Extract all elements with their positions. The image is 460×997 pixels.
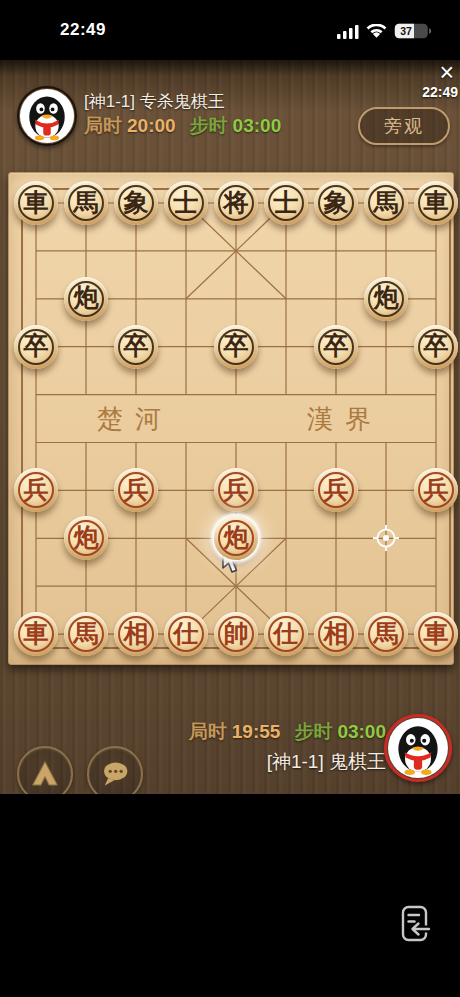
piece-character: 馬 [374, 190, 399, 215]
piece-red-馬[interactable]: 馬 [364, 612, 408, 656]
piece-red-車[interactable]: 車 [414, 612, 458, 656]
piece-character: 車 [24, 190, 49, 215]
piece-character: 士 [274, 190, 299, 215]
piece-red-帥[interactable]: 帥 [214, 612, 258, 656]
piece-black-士[interactable]: 士 [264, 181, 308, 225]
piece-character: 仕 [174, 621, 199, 646]
player-avatar[interactable] [384, 714, 452, 782]
piece-black-象[interactable]: 象 [314, 181, 358, 225]
piece-black-卒[interactable]: 卒 [214, 325, 258, 369]
piece-character: 卒 [124, 333, 149, 358]
piece-black-卒[interactable]: 卒 [314, 325, 358, 369]
piece-character: 車 [24, 621, 49, 646]
piece-character: 炮 [74, 285, 99, 310]
piece-black-車[interactable]: 車 [14, 181, 58, 225]
piece-red-炮[interactable]: 炮 [64, 516, 108, 560]
player-game-time: 19:55 [232, 721, 281, 742]
clock-time: 22:49 [60, 20, 106, 40]
player-game-time-label: 局时 [189, 721, 227, 742]
piece-red-相[interactable]: 相 [314, 612, 358, 656]
wifi-icon [366, 24, 387, 39]
piece-character: 兵 [224, 477, 249, 502]
piece-character: 卒 [224, 333, 249, 358]
opponent-avatar[interactable] [17, 86, 77, 146]
piece-red-相[interactable]: 相 [114, 612, 158, 656]
piece-red-兵[interactable]: 兵 [214, 468, 258, 512]
piece-character: 車 [424, 621, 449, 646]
piece-black-炮[interactable]: 炮 [364, 277, 408, 321]
piece-red-兵[interactable]: 兵 [314, 468, 358, 512]
piece-black-卒[interactable]: 卒 [114, 325, 158, 369]
piece-red-兵[interactable]: 兵 [14, 468, 58, 512]
footer [0, 794, 460, 997]
piece-character: 卒 [324, 333, 349, 358]
game-area: [神1-1] 专杀鬼棋王 局时20:00步时03:00 × 22:49 旁观 [0, 60, 460, 794]
xiangqi-board[interactable]: 楚河 漢界 [8, 172, 454, 665]
piece-character: 将 [224, 190, 249, 215]
opponent-game-time-label: 局时 [84, 115, 122, 136]
piece-character: 馬 [74, 621, 99, 646]
player-name: [神1-1] 鬼棋王 [189, 749, 386, 775]
piece-black-卒[interactable]: 卒 [414, 325, 458, 369]
piece-red-炮[interactable]: 炮 [214, 516, 258, 560]
piece-character: 象 [324, 190, 349, 215]
piece-character: 炮 [74, 525, 99, 550]
battery-percent: 37 [400, 25, 412, 37]
piece-black-士[interactable]: 士 [164, 181, 208, 225]
spectate-button[interactable]: 旁观 [358, 107, 450, 145]
cell-signal-icon [337, 24, 359, 39]
piece-character: 炮 [374, 285, 399, 310]
player-info: 局时19:55步时03:00 [神1-1] 鬼棋王 [189, 719, 386, 775]
piece-red-仕[interactable]: 仕 [264, 612, 308, 656]
piece-black-象[interactable]: 象 [114, 181, 158, 225]
chat-bubble-icon [98, 759, 132, 789]
piece-character: 卒 [424, 333, 449, 358]
opponent-move-time: 03:00 [233, 115, 282, 136]
player-timers: 局时19:55步时03:00 [189, 719, 386, 745]
piece-character: 兵 [124, 477, 149, 502]
move-list-collapse-icon[interactable] [396, 902, 436, 954]
status-bar: 22:49 37 [0, 0, 460, 60]
piece-character: 士 [174, 190, 199, 215]
opponent-move-time-label: 步时 [190, 115, 228, 136]
piece-character: 兵 [324, 477, 349, 502]
up-arrow-icon [28, 759, 62, 789]
piece-red-兵[interactable]: 兵 [114, 468, 158, 512]
overlay-clock: 22:49 [422, 84, 458, 100]
piece-black-卒[interactable]: 卒 [14, 325, 58, 369]
piece-character: 卒 [24, 333, 49, 358]
piece-character: 兵 [24, 477, 49, 502]
piece-character: 相 [124, 621, 149, 646]
piece-red-馬[interactable]: 馬 [64, 612, 108, 656]
opponent-game-time: 20:00 [127, 115, 176, 136]
piece-black-馬[interactable]: 馬 [64, 181, 108, 225]
piece-black-馬[interactable]: 馬 [364, 181, 408, 225]
pieces-layer: 車馬象士将士象馬車炮炮卒卒卒卒卒兵兵兵兵兵炮炮車馬相仕帥仕相馬車 [9, 173, 453, 664]
piece-red-兵[interactable]: 兵 [414, 468, 458, 512]
piece-black-将[interactable]: 将 [214, 181, 258, 225]
piece-character: 車 [424, 190, 449, 215]
piece-character: 仕 [274, 621, 299, 646]
app-screen: 22:49 37 [0, 0, 460, 997]
piece-character: 相 [324, 621, 349, 646]
battery-icon: 37 [394, 23, 432, 39]
opponent-name: [神1-1] 专杀鬼棋王 [84, 90, 225, 113]
player-move-time-label: 步时 [294, 721, 332, 742]
opponent-timers: 局时20:00步时03:00 [84, 113, 281, 139]
last-move-origin-marker [372, 524, 400, 552]
qq-penguin-icon [387, 717, 449, 779]
close-icon[interactable]: × [439, 60, 454, 84]
piece-character: 兵 [424, 477, 449, 502]
piece-character: 象 [124, 190, 149, 215]
piece-red-仕[interactable]: 仕 [164, 612, 208, 656]
piece-black-車[interactable]: 車 [414, 181, 458, 225]
piece-character: 帥 [224, 621, 249, 646]
piece-character: 馬 [374, 621, 399, 646]
piece-character: 馬 [74, 190, 99, 215]
qq-penguin-icon [19, 88, 75, 144]
piece-black-炮[interactable]: 炮 [64, 277, 108, 321]
piece-red-車[interactable]: 車 [14, 612, 58, 656]
piece-character: 炮 [224, 525, 249, 550]
player-move-time: 03:00 [337, 721, 386, 742]
